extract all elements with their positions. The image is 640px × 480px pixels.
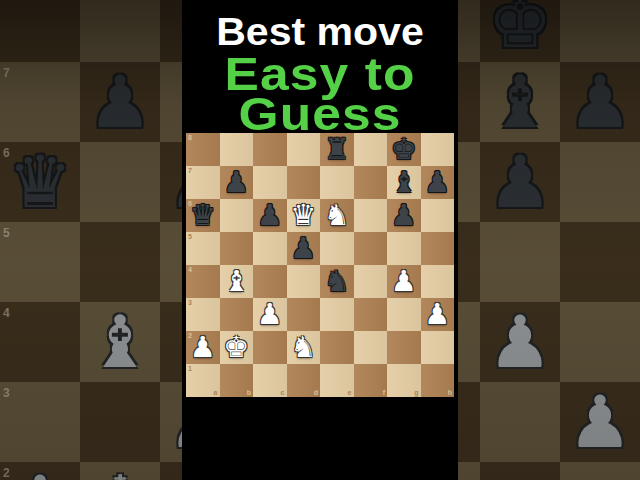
square-g8[interactable]: ♚: [387, 133, 421, 166]
file-label-h: h: [448, 389, 452, 396]
bg-square-h5: [560, 222, 640, 302]
square-e8[interactable]: ♜: [320, 133, 354, 166]
square-b3[interactable]: [220, 298, 254, 331]
bg-piece-white-pawn-icon: ♟: [488, 302, 553, 382]
bg-square-h4: [560, 302, 640, 382]
square-e6[interactable]: ♞: [320, 199, 354, 232]
bg-square-g2: [480, 462, 560, 480]
bg-piece-black-queen-icon: ♛: [8, 142, 73, 222]
piece-black-pawn-icon: ♟: [290, 232, 316, 265]
piece-black-king-icon: ♚: [391, 133, 417, 166]
square-h6[interactable]: [421, 199, 455, 232]
bg-square-h7: ♟: [560, 62, 640, 142]
square-b8[interactable]: [220, 133, 254, 166]
square-g2[interactable]: [387, 331, 421, 364]
file-label-e: e: [348, 389, 352, 396]
square-a2[interactable]: 2♟: [186, 331, 220, 364]
square-c1[interactable]: c: [253, 364, 287, 397]
bg-square-h2: [560, 462, 640, 480]
file-label-g: g: [414, 389, 418, 396]
bg-square-b6: [80, 142, 160, 222]
square-b4[interactable]: ♝: [220, 265, 254, 298]
square-b7[interactable]: ♟: [220, 166, 254, 199]
square-c4[interactable]: [253, 265, 287, 298]
piece-black-queen-icon: ♛: [190, 199, 216, 232]
square-h7[interactable]: ♟: [421, 166, 455, 199]
bg-piece-black-pawn-icon: ♟: [488, 142, 553, 222]
square-f1[interactable]: f: [354, 364, 388, 397]
square-h4[interactable]: [421, 265, 455, 298]
file-label-b: b: [247, 389, 251, 396]
bg-square-g4: ♟: [480, 302, 560, 382]
bg-square-b4: ♝: [80, 302, 160, 382]
bg-piece-white-king-icon: ♚: [88, 462, 153, 480]
square-f6[interactable]: [354, 199, 388, 232]
piece-white-pawn-icon: ♟: [424, 298, 450, 331]
square-f4[interactable]: [354, 265, 388, 298]
shorts-frame: 8♜♚7♟♝♟6♛♟♛♞♟5♟4♝♞♟3♟♟2♟♚♞1 Best move Ea…: [0, 0, 640, 480]
bg-square-b3: [80, 382, 160, 462]
bg-square-a6: 6♛: [0, 142, 80, 222]
square-a6[interactable]: 6♛: [186, 199, 220, 232]
piece-white-queen-icon: ♛: [290, 199, 316, 232]
square-c8[interactable]: [253, 133, 287, 166]
rank-label-8: 8: [188, 134, 192, 141]
bg-square-a7: 7: [0, 62, 80, 142]
title-line-1: Best move: [171, 11, 469, 53]
square-d2[interactable]: ♞: [287, 331, 321, 364]
square-g4[interactable]: ♟: [387, 265, 421, 298]
rank-label-1: 1: [188, 365, 192, 372]
square-f7[interactable]: [354, 166, 388, 199]
bg-rank-label-5: 5: [3, 226, 10, 240]
square-h2[interactable]: [421, 331, 455, 364]
square-h1[interactable]: h: [421, 364, 455, 397]
square-d3[interactable]: [287, 298, 321, 331]
square-g1[interactable]: g: [387, 364, 421, 397]
square-g3[interactable]: [387, 298, 421, 331]
square-c7[interactable]: [253, 166, 287, 199]
file-label-c: c: [281, 389, 285, 396]
file-label-d: d: [314, 389, 318, 396]
square-a1[interactable]: 1a: [186, 364, 220, 397]
square-d5[interactable]: ♟: [287, 232, 321, 265]
bg-rank-label-7: 7: [3, 66, 10, 80]
puzzle-chessboard: 8♜♚7♟♝♟6♛♟♛♞♟5♟4♝♞♟3♟♟2♟♚♞1abcdefgh: [186, 133, 454, 397]
title-line-3: Guess: [165, 94, 474, 134]
square-b1[interactable]: b: [220, 364, 254, 397]
bg-square-a5: 5: [0, 222, 80, 302]
square-a7[interactable]: 7: [186, 166, 220, 199]
bg-square-a4: 4: [0, 302, 80, 382]
bg-square-g8: ♚: [480, 0, 560, 62]
square-e2[interactable]: [320, 331, 354, 364]
bg-square-b7: ♟: [80, 62, 160, 142]
bg-square-g7: ♝: [480, 62, 560, 142]
piece-black-bishop-icon: ♝: [391, 166, 417, 199]
square-e5[interactable]: [320, 232, 354, 265]
piece-white-pawn-icon: ♟: [257, 298, 283, 331]
square-b6[interactable]: [220, 199, 254, 232]
square-f8[interactable]: [354, 133, 388, 166]
square-d6[interactable]: ♛: [287, 199, 321, 232]
piece-black-rook-icon: ♜: [324, 133, 350, 166]
bg-piece-white-pawn-icon: ♟: [8, 462, 73, 480]
square-d8[interactable]: [287, 133, 321, 166]
bg-square-b8: [80, 0, 160, 62]
piece-white-knight-icon: ♞: [324, 199, 350, 232]
piece-black-knight-icon: ♞: [324, 265, 350, 298]
bg-rank-label-2: 2: [3, 466, 10, 480]
square-e7[interactable]: [320, 166, 354, 199]
square-c6[interactable]: ♟: [253, 199, 287, 232]
square-c2[interactable]: [253, 331, 287, 364]
square-f2[interactable]: [354, 331, 388, 364]
square-g5[interactable]: [387, 232, 421, 265]
square-a5[interactable]: 5: [186, 232, 220, 265]
piece-white-knight-icon: ♞: [290, 331, 316, 364]
bg-piece-white-bishop-icon: ♝: [88, 302, 153, 382]
piece-black-pawn-icon: ♟: [391, 199, 417, 232]
square-f3[interactable]: [354, 298, 388, 331]
square-b5[interactable]: [220, 232, 254, 265]
bg-square-h8: [560, 0, 640, 62]
piece-black-pawn-icon: ♟: [223, 166, 249, 199]
square-c3[interactable]: ♟: [253, 298, 287, 331]
square-a8[interactable]: 8: [186, 133, 220, 166]
bg-rank-label-3: 3: [3, 386, 10, 400]
piece-white-king-icon: ♚: [223, 331, 249, 364]
rank-label-3: 3: [188, 299, 192, 306]
bg-piece-white-pawn-icon: ♟: [568, 382, 633, 462]
square-g7[interactable]: ♝: [387, 166, 421, 199]
square-e4[interactable]: ♞: [320, 265, 354, 298]
bg-square-g3: [480, 382, 560, 462]
square-e3[interactable]: [320, 298, 354, 331]
square-b2[interactable]: ♚: [220, 331, 254, 364]
bg-rank-label-6: 6: [3, 146, 10, 160]
square-h8[interactable]: [421, 133, 455, 166]
bg-square-g5: [480, 222, 560, 302]
bg-rank-label-4: 4: [3, 306, 10, 320]
square-a3[interactable]: 3: [186, 298, 220, 331]
bg-piece-black-bishop-icon: ♝: [488, 62, 553, 142]
piece-black-pawn-icon: ♟: [257, 199, 283, 232]
rank-label-5: 5: [188, 233, 192, 240]
square-c5[interactable]: [253, 232, 287, 265]
file-label-f: f: [383, 389, 385, 396]
bg-square-b2: ♚: [80, 462, 160, 480]
bg-piece-black-pawn-icon: ♟: [88, 62, 153, 142]
square-g6[interactable]: ♟: [387, 199, 421, 232]
piece-white-pawn-icon: ♟: [391, 265, 417, 298]
bg-square-a3: 3: [0, 382, 80, 462]
square-a4[interactable]: 4: [186, 265, 220, 298]
bg-square-a8: 8: [0, 0, 80, 62]
piece-black-pawn-icon: ♟: [424, 166, 450, 199]
rank-label-4: 4: [188, 266, 192, 273]
piece-white-bishop-icon: ♝: [223, 265, 249, 298]
rank-label-7: 7: [188, 167, 192, 174]
square-h5[interactable]: [421, 232, 455, 265]
square-f5[interactable]: [354, 232, 388, 265]
square-d1[interactable]: d: [287, 364, 321, 397]
bg-square-a2: 2♟: [0, 462, 80, 480]
bg-piece-black-king-icon: ♚: [488, 0, 553, 62]
bg-piece-black-pawn-icon: ♟: [568, 62, 633, 142]
square-d4[interactable]: [287, 265, 321, 298]
bg-square-h3: ♟: [560, 382, 640, 462]
square-d7[interactable]: [287, 166, 321, 199]
bg-square-h6: [560, 142, 640, 222]
piece-white-pawn-icon: ♟: [190, 331, 216, 364]
bg-square-g6: ♟: [480, 142, 560, 222]
square-e1[interactable]: e: [320, 364, 354, 397]
bg-square-b5: [80, 222, 160, 302]
file-label-a: a: [214, 389, 218, 396]
square-h3[interactable]: ♟: [421, 298, 455, 331]
